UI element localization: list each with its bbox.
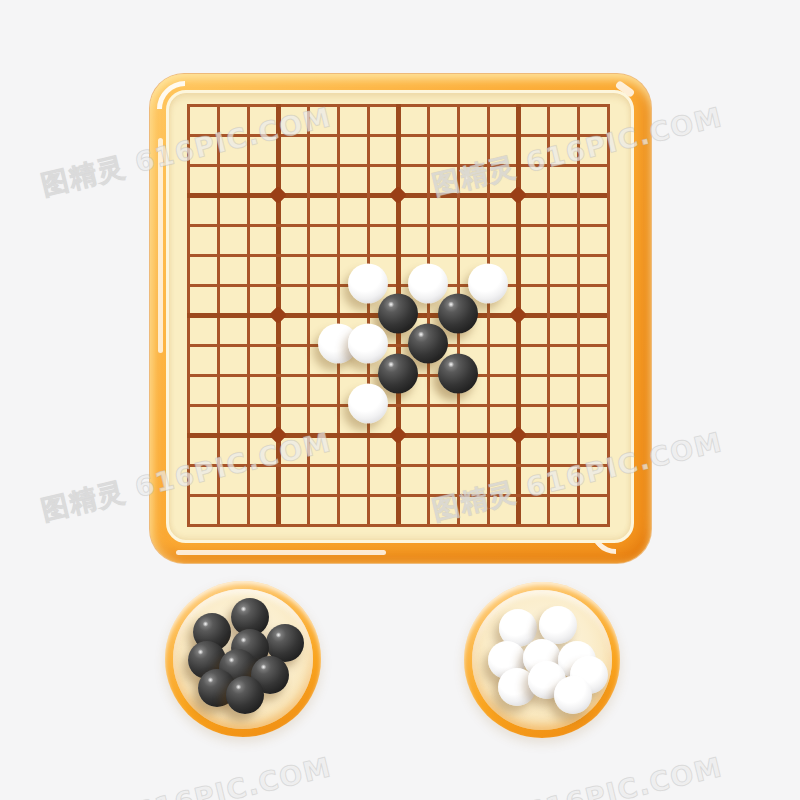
star-point <box>269 306 287 324</box>
grid-line-horizontal <box>187 464 610 467</box>
star-point <box>269 186 287 204</box>
star-point <box>509 306 527 324</box>
black-stone[interactable] <box>378 293 418 333</box>
white-bowl-stone[interactable] <box>554 676 592 714</box>
star-point <box>389 186 407 204</box>
gloss-highlight-left <box>158 138 163 353</box>
white-stones-bowl[interactable] <box>464 582 620 738</box>
star-point <box>269 426 287 444</box>
black-bowl-stone[interactable] <box>226 676 264 714</box>
star-point <box>509 186 527 204</box>
grid-line-horizontal <box>187 524 610 527</box>
board-grid[interactable] <box>188 105 608 525</box>
white-stone[interactable] <box>348 323 388 363</box>
black-stone[interactable] <box>378 353 418 393</box>
white-stone[interactable] <box>468 263 508 303</box>
grid-line-vertical <box>577 104 580 527</box>
star-point <box>389 426 407 444</box>
go-board-frame <box>150 74 651 563</box>
star-point <box>509 426 527 444</box>
black-stone[interactable] <box>408 323 448 363</box>
grid-line-horizontal <box>187 494 610 497</box>
black-stone[interactable] <box>438 353 478 393</box>
black-stones-bowl[interactable] <box>165 581 321 737</box>
gloss-highlight-bottom <box>176 550 386 555</box>
white-stone[interactable] <box>408 263 448 303</box>
white-stone[interactable] <box>348 263 388 303</box>
watermark-text: 图精灵 616PIC.COM <box>429 749 727 800</box>
canvas-background: 图精灵 616PIC.COM 图精灵 616PIC.COM 图精灵 616PIC… <box>0 0 800 800</box>
watermark-text: 图精灵 616PIC.COM <box>38 749 336 800</box>
black-stone[interactable] <box>438 293 478 333</box>
board-surface <box>166 90 634 543</box>
grid-line-vertical <box>607 104 610 527</box>
white-stone[interactable] <box>348 383 388 423</box>
